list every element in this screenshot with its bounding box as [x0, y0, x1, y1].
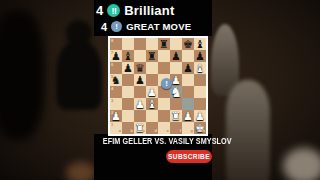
square-c3[interactable]: ♟ [134, 98, 146, 110]
square-c2[interactable] [134, 110, 146, 122]
backdrop-piece-glow [66, 162, 96, 180]
video-frame: 4 ‼ Brilliant 4 ! GREAT MOVE 8♜♚♝7♟♝♜♟♟6… [0, 0, 320, 180]
black-rook[interactable]: ♜ [146, 50, 158, 62]
square-d6[interactable] [146, 62, 158, 74]
square-b2[interactable] [122, 110, 134, 122]
backdrop-shadow [0, 10, 45, 140]
square-e1[interactable]: e [158, 122, 170, 134]
square-f4[interactable]: ♞ [170, 86, 182, 98]
brilliant-count: 4 [96, 3, 103, 18]
white-pawn[interactable]: ♟ [110, 110, 122, 122]
square-c1[interactable]: c♜ [134, 122, 146, 134]
square-h3[interactable] [194, 98, 206, 110]
square-h8[interactable]: ♝ [194, 38, 206, 50]
square-a2[interactable]: 2♟ [110, 110, 122, 122]
rank-label: 6 [111, 63, 113, 67]
rank-label: 8 [111, 39, 113, 43]
file-label: b [131, 129, 133, 133]
black-pawn[interactable]: ♟ [170, 50, 182, 62]
square-a3[interactable]: 3 [110, 98, 122, 110]
square-g8[interactable]: ♚ [182, 38, 194, 50]
rank-label: 1 [111, 123, 113, 127]
black-pawn[interactable]: ♟ [134, 74, 146, 86]
great-move-label: GREAT MOVE [126, 21, 191, 32]
square-a7[interactable]: 7♟ [110, 50, 122, 62]
square-b3[interactable] [122, 98, 134, 110]
white-knight[interactable]: ♞ [170, 86, 182, 98]
black-queen[interactable]: ♛ [134, 62, 146, 74]
great-move-counter: 4 ! GREAT MOVE [101, 20, 191, 33]
square-d8[interactable] [146, 38, 158, 50]
square-h2[interactable]: ♟ [194, 110, 206, 122]
white-bishop[interactable]: ♝ [146, 98, 158, 110]
square-g4[interactable] [182, 86, 194, 98]
white-rook[interactable]: ♜ [170, 110, 182, 122]
black-rook[interactable]: ♜ [158, 38, 170, 50]
square-f1[interactable]: f [170, 122, 182, 134]
square-b6[interactable]: ♟ [122, 62, 134, 74]
backdrop-piece-glow [283, 148, 320, 180]
square-f6[interactable] [170, 62, 182, 74]
white-pawn[interactable]: ♟ [182, 110, 194, 122]
square-b4[interactable] [122, 86, 134, 98]
black-pawn[interactable]: ♟ [194, 50, 206, 62]
square-g3[interactable] [182, 98, 194, 110]
square-e7[interactable] [158, 50, 170, 62]
white-rook[interactable]: ♜ [134, 122, 146, 134]
square-c8[interactable] [134, 38, 146, 50]
square-h5[interactable] [194, 74, 206, 86]
black-bishop[interactable]: ♝ [194, 38, 206, 50]
square-e2[interactable] [158, 110, 170, 122]
file-label: d [155, 129, 157, 133]
square-h1[interactable]: h♚ [194, 122, 206, 134]
square-g7[interactable] [182, 50, 194, 62]
square-g1[interactable]: g [182, 122, 194, 134]
black-pawn[interactable]: ♟ [122, 62, 134, 74]
square-g5[interactable] [182, 74, 194, 86]
black-king[interactable]: ♚ [182, 38, 194, 50]
great-move-count: 4 [101, 21, 107, 33]
white-king[interactable]: ♚ [194, 122, 206, 134]
file-label: f [180, 129, 181, 133]
square-f3[interactable] [170, 98, 182, 110]
square-d2[interactable] [146, 110, 158, 122]
square-a1[interactable]: 1a [110, 122, 122, 134]
square-e3[interactable] [158, 98, 170, 110]
square-g6[interactable]: ♟ [182, 62, 194, 74]
square-c6[interactable]: ♛ [134, 62, 146, 74]
square-c5[interactable]: ♟ [134, 74, 146, 86]
file-label: a [119, 129, 121, 133]
white-bishop[interactable]: ♝ [194, 62, 206, 74]
exclamation-icon: ! [111, 21, 122, 32]
white-pawn[interactable]: ♟ [194, 110, 206, 122]
file-label: e [167, 129, 169, 133]
backdrop-black-pawn-icon [56, 40, 102, 110]
square-a5[interactable]: 5♞ [110, 74, 122, 86]
brilliant-label: Brilliant [124, 3, 174, 18]
square-f7[interactable]: ♟ [170, 50, 182, 62]
square-f8[interactable] [170, 38, 182, 50]
square-a4[interactable]: 4 [110, 86, 122, 98]
square-d3[interactable]: ♝ [146, 98, 158, 110]
square-c7[interactable] [134, 50, 146, 62]
square-g2[interactable]: ♟ [182, 110, 194, 122]
square-h7[interactable]: ♟ [194, 50, 206, 62]
double-exclamation-icon: ‼ [107, 4, 120, 17]
white-pawn[interactable]: ♟ [146, 86, 158, 98]
square-f2[interactable]: ♜ [170, 110, 182, 122]
move-classification-badge: ! [161, 78, 172, 89]
chess-board: 8♜♚♝7♟♝♜♟♟6♟♛♟♝5♞♟♟4♟♞3♟♝2♟♜♟♟1abc♜defgh… [108, 36, 208, 136]
black-bishop[interactable]: ♝ [122, 50, 134, 62]
square-d7[interactable]: ♜ [146, 50, 158, 62]
white-pawn[interactable]: ♟ [134, 98, 146, 110]
rank-label: 4 [111, 87, 113, 91]
square-d5[interactable] [146, 74, 158, 86]
square-b8[interactable] [122, 38, 134, 50]
brilliant-counter: 4 ‼ Brilliant [96, 3, 174, 18]
square-h4[interactable] [194, 86, 206, 98]
square-b7[interactable]: ♝ [122, 50, 134, 62]
square-a8[interactable]: 8 [110, 38, 122, 50]
black-knight[interactable]: ♞ [110, 74, 122, 86]
black-pawn[interactable]: ♟ [182, 62, 194, 74]
file-label: g [191, 129, 193, 133]
black-pawn[interactable]: ♟ [110, 50, 122, 62]
square-d1[interactable]: d [146, 122, 158, 134]
square-e6[interactable] [158, 62, 170, 74]
backdrop-white-queen-icon [226, 80, 270, 180]
square-b1[interactable]: b [122, 122, 134, 134]
square-d4[interactable]: ♟ [146, 86, 158, 98]
square-h6[interactable]: ♝ [194, 62, 206, 74]
subscribe-button[interactable]: SUBSCRIBE [166, 150, 212, 163]
rank-label: 3 [111, 99, 113, 103]
square-e8[interactable]: ♜ [158, 38, 170, 50]
square-c4[interactable] [134, 86, 146, 98]
square-a6[interactable]: 6 [110, 62, 122, 74]
match-title: EFIM GELLER VS. VASILY SMYSLOV [103, 136, 203, 146]
square-b5[interactable] [122, 74, 134, 86]
